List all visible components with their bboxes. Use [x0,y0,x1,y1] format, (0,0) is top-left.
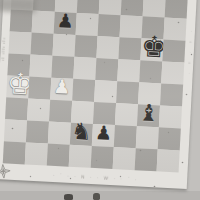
square-f1[interactable] [113,147,136,170]
square-g8[interactable] [143,0,166,18]
square-f7[interactable] [120,15,143,38]
square-h5[interactable] [161,61,184,84]
square-d6[interactable] [74,35,97,58]
square-c4[interactable]: ♟ [50,78,73,101]
square-d4[interactable] [72,79,95,102]
chess-board: ♟♚♚♟♝♞♟ [3,0,188,172]
white-pawn-c4[interactable]: ♟ [51,80,74,93]
square-e5[interactable] [95,58,118,81]
square-b7[interactable] [32,11,55,34]
square-g3[interactable]: ♝ [137,104,160,127]
square-f3[interactable] [115,103,138,126]
square-a7[interactable] [10,9,33,32]
square-e4[interactable] [94,80,117,103]
square-h4[interactable] [160,83,183,106]
square-c6[interactable] [52,34,75,57]
square-h2[interactable] [158,127,181,150]
board-photo: ♟♚♚♟♝♞♟ ıl ıllı ılı · ˙ · · N · · W · · … [0,0,200,200]
square-b3[interactable] [27,98,50,121]
brand-text: ıl ıllı ılı [0,37,6,61]
square-b2[interactable] [26,120,49,143]
square-c7[interactable]: ♟ [54,12,77,35]
white-king-a4[interactable]: ♚ [7,77,30,90]
black-knight-d2[interactable]: ♞ [70,125,93,138]
chess-board-mat: ♟♚♚♟♝♞♟ ıl ıllı ılı · ˙ · · N · · W · · … [0,0,197,189]
square-h8[interactable] [165,0,188,19]
square-a3[interactable] [5,97,28,120]
square-e8[interactable] [99,0,122,15]
square-d8[interactable] [77,0,100,14]
square-e7[interactable] [98,14,121,37]
square-e1[interactable] [91,146,114,169]
square-f4[interactable] [116,81,139,104]
square-g6[interactable]: ♚ [140,38,163,61]
square-d5[interactable] [73,57,96,80]
square-c1[interactable] [47,144,70,167]
bottom-edge-markings: · ˙ · · N · · W · · ˙ · [22,171,169,184]
square-e6[interactable] [96,36,119,59]
right-edge-markings: · ı · ı · [186,31,193,78]
square-b1[interactable] [25,142,48,165]
square-b6[interactable] [31,33,54,56]
square-a1[interactable] [3,141,26,164]
black-pawn-c7[interactable]: ♟ [54,14,77,27]
square-f2[interactable] [114,125,137,148]
square-f6[interactable] [118,37,141,60]
square-d1[interactable] [69,145,92,168]
square-a2[interactable] [4,119,27,142]
square-g1[interactable] [135,148,158,171]
square-a4[interactable]: ♚ [6,75,29,98]
square-b4[interactable] [28,77,51,100]
square-c3[interactable] [49,100,72,123]
table-edge-mark [93,193,100,200]
dust-specks [0,0,1,1]
square-h6[interactable] [162,39,185,62]
square-g2[interactable] [136,126,159,149]
black-bishop-g3[interactable]: ♝ [137,106,160,119]
compass-rose-icon [0,164,11,179]
square-a6[interactable] [9,31,32,54]
table-surface [0,191,200,200]
square-h1[interactable] [157,149,180,172]
square-f5[interactable] [117,59,140,82]
table-edge-mark [64,194,73,200]
square-f8[interactable] [121,0,144,16]
black-king-g6[interactable]: ♚ [141,40,164,53]
square-e2[interactable]: ♟ [92,124,115,147]
black-pawn-e2[interactable]: ♟ [92,126,115,139]
square-d7[interactable] [76,13,99,36]
square-g5[interactable] [139,60,162,83]
square-d2[interactable]: ♞ [70,123,93,146]
board-corner-shadow [0,0,36,13]
square-c2[interactable] [48,122,71,145]
square-h3[interactable] [159,105,182,128]
